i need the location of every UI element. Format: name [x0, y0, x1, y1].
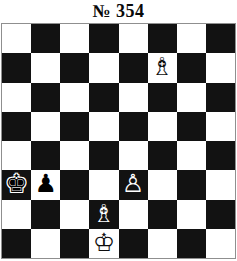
square-b2[interactable]	[31, 200, 60, 229]
square-e8[interactable]	[119, 24, 148, 53]
square-e2[interactable]	[119, 200, 148, 229]
square-f7[interactable]: ♗	[148, 53, 177, 82]
square-f8[interactable]	[148, 24, 177, 53]
square-b3[interactable]: ♟	[31, 170, 60, 199]
square-e1[interactable]	[119, 229, 148, 258]
square-h3[interactable]	[206, 170, 235, 199]
square-d7[interactable]	[89, 53, 118, 82]
square-a6[interactable]	[2, 83, 31, 112]
square-f2[interactable]	[148, 200, 177, 229]
square-e4[interactable]	[119, 141, 148, 170]
square-a3[interactable]: ♚	[2, 170, 31, 199]
puzzle-number: № 354	[0, 0, 237, 23]
square-a7[interactable]	[2, 53, 31, 82]
square-e5[interactable]	[119, 112, 148, 141]
square-d5[interactable]	[89, 112, 118, 141]
square-g2[interactable]	[177, 200, 206, 229]
square-d6[interactable]	[89, 83, 118, 112]
square-h5[interactable]	[206, 112, 235, 141]
square-c6[interactable]	[60, 83, 89, 112]
square-c1[interactable]	[60, 229, 89, 258]
black-king-a3: ♚	[5, 171, 27, 196]
square-c8[interactable]	[60, 24, 89, 53]
square-d4[interactable]	[89, 141, 118, 170]
square-b5[interactable]	[31, 112, 60, 141]
square-b7[interactable]	[31, 53, 60, 82]
square-a5[interactable]	[2, 112, 31, 141]
square-h4[interactable]	[206, 141, 235, 170]
square-e3[interactable]: ♙	[119, 170, 148, 199]
square-f4[interactable]	[148, 141, 177, 170]
square-g5[interactable]	[177, 112, 206, 141]
white-bishop-d2: ♗	[93, 201, 115, 226]
square-h1[interactable]	[206, 229, 235, 258]
square-b1[interactable]	[31, 229, 60, 258]
square-d8[interactable]	[89, 24, 118, 53]
square-d3[interactable]	[89, 170, 118, 199]
square-g6[interactable]	[177, 83, 206, 112]
square-a8[interactable]	[2, 24, 31, 53]
square-h2[interactable]	[206, 200, 235, 229]
square-a2[interactable]	[2, 200, 31, 229]
square-e7[interactable]	[119, 53, 148, 82]
square-h6[interactable]	[206, 83, 235, 112]
square-c5[interactable]	[60, 112, 89, 141]
white-king-d1: ♔	[93, 230, 115, 255]
square-f3[interactable]	[148, 170, 177, 199]
square-f1[interactable]	[148, 229, 177, 258]
square-a1[interactable]	[2, 229, 31, 258]
square-h7[interactable]	[206, 53, 235, 82]
chess-diagram: № 354 ♗♚♟♙♗♔	[0, 0, 237, 261]
square-d1[interactable]: ♔	[89, 229, 118, 258]
square-e6[interactable]	[119, 83, 148, 112]
square-g8[interactable]	[177, 24, 206, 53]
square-f6[interactable]	[148, 83, 177, 112]
square-b8[interactable]	[31, 24, 60, 53]
white-bishop-f7: ♗	[151, 54, 173, 79]
square-d2[interactable]: ♗	[89, 200, 118, 229]
square-f5[interactable]	[148, 112, 177, 141]
square-b4[interactable]	[31, 141, 60, 170]
white-pawn-e3: ♙	[122, 171, 144, 196]
square-c2[interactable]	[60, 200, 89, 229]
square-b6[interactable]	[31, 83, 60, 112]
square-c3[interactable]	[60, 170, 89, 199]
square-g7[interactable]	[177, 53, 206, 82]
square-g1[interactable]	[177, 229, 206, 258]
square-c7[interactable]	[60, 53, 89, 82]
black-pawn-b3: ♟	[34, 171, 56, 196]
square-g3[interactable]	[177, 170, 206, 199]
square-h8[interactable]	[206, 24, 235, 53]
square-c4[interactable]	[60, 141, 89, 170]
square-g4[interactable]	[177, 141, 206, 170]
chess-board: ♗♚♟♙♗♔	[1, 23, 236, 259]
square-a4[interactable]	[2, 141, 31, 170]
